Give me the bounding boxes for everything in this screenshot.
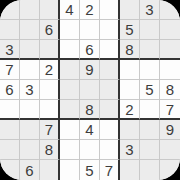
cell-r8c3[interactable]: 8 (40, 140, 60, 160)
cell-r7c1[interactable] (0, 120, 20, 140)
cell-r5c1[interactable]: 6 (0, 80, 20, 100)
cell-r9c4[interactable] (60, 160, 80, 180)
cell-r2c6[interactable] (100, 20, 120, 40)
cell-r6c9[interactable]: 7 (160, 100, 180, 120)
cell-r1c4[interactable]: 4 (60, 0, 80, 20)
cell-r3c5[interactable]: 6 (80, 40, 100, 60)
cell-r4c4[interactable] (60, 60, 80, 80)
cell-r3c4[interactable] (60, 40, 80, 60)
cell-r9c9[interactable] (160, 160, 180, 180)
cell-r9c5[interactable]: 5 (80, 160, 100, 180)
cell-r8c5[interactable] (80, 140, 100, 160)
cell-r1c6[interactable] (100, 0, 120, 20)
sudoku-app-icon: 42365368729635882774983657 (0, 0, 180, 180)
cell-r7c7[interactable] (120, 120, 140, 140)
cell-r3c7[interactable]: 8 (120, 40, 140, 60)
cell-r5c6[interactable] (100, 80, 120, 100)
cell-r5c2[interactable]: 3 (20, 80, 40, 100)
cell-r2c9[interactable] (160, 20, 180, 40)
cell-r8c8[interactable] (140, 140, 160, 160)
cell-r3c2[interactable] (20, 40, 40, 60)
cell-r2c4[interactable] (60, 20, 80, 40)
cell-r3c3[interactable] (40, 40, 60, 60)
cell-r7c4[interactable] (60, 120, 80, 140)
cell-r3c9[interactable] (160, 40, 180, 60)
cell-r8c1[interactable] (0, 140, 20, 160)
cell-r5c7[interactable] (120, 80, 140, 100)
cell-r4c6[interactable] (100, 60, 120, 80)
cell-r2c1[interactable] (0, 20, 20, 40)
cell-r5c9[interactable]: 8 (160, 80, 180, 100)
sudoku-board: 42365368729635882774983657 (0, 0, 180, 180)
cell-r8c4[interactable] (60, 140, 80, 160)
cell-r6c5[interactable]: 8 (80, 100, 100, 120)
cell-r4c9[interactable] (160, 60, 180, 80)
cell-r4c1[interactable]: 7 (0, 60, 20, 80)
cell-r3c6[interactable] (100, 40, 120, 60)
cell-r1c9[interactable] (160, 0, 180, 20)
cell-r8c7[interactable]: 3 (120, 140, 140, 160)
cell-r8c2[interactable] (20, 140, 40, 160)
cell-r1c8[interactable]: 3 (140, 0, 160, 20)
cell-r1c5[interactable]: 2 (80, 0, 100, 20)
cell-r5c5[interactable] (80, 80, 100, 100)
cell-r6c3[interactable] (40, 100, 60, 120)
cell-r4c8[interactable] (140, 60, 160, 80)
cell-r7c9[interactable]: 9 (160, 120, 180, 140)
cell-r1c2[interactable] (20, 0, 40, 20)
cell-r1c7[interactable] (120, 0, 140, 20)
cell-r7c2[interactable] (20, 120, 40, 140)
cell-r2c2[interactable] (20, 20, 40, 40)
cell-r6c1[interactable] (0, 100, 20, 120)
cell-r2c8[interactable] (140, 20, 160, 40)
cell-r2c5[interactable] (80, 20, 100, 40)
cell-r4c7[interactable] (120, 60, 140, 80)
cell-r7c3[interactable]: 7 (40, 120, 60, 140)
cell-r6c6[interactable] (100, 100, 120, 120)
cell-r4c3[interactable]: 2 (40, 60, 60, 80)
cell-r9c8[interactable] (140, 160, 160, 180)
cell-r5c3[interactable] (40, 80, 60, 100)
cell-r9c2[interactable]: 6 (20, 160, 40, 180)
cell-r5c8[interactable]: 5 (140, 80, 160, 100)
cell-r1c1[interactable] (0, 0, 20, 20)
cell-r3c8[interactable] (140, 40, 160, 60)
cell-r9c6[interactable]: 7 (100, 160, 120, 180)
cell-r8c9[interactable] (160, 140, 180, 160)
cell-r9c7[interactable] (120, 160, 140, 180)
cell-r1c3[interactable] (40, 0, 60, 20)
cell-r9c1[interactable] (0, 160, 20, 180)
cell-r7c6[interactable] (100, 120, 120, 140)
cell-r6c8[interactable] (140, 100, 160, 120)
cell-r2c3[interactable]: 6 (40, 20, 60, 40)
cell-r3c1[interactable]: 3 (0, 40, 20, 60)
cell-r7c5[interactable]: 4 (80, 120, 100, 140)
cell-r8c6[interactable] (100, 140, 120, 160)
cell-r6c2[interactable] (20, 100, 40, 120)
cell-r4c5[interactable]: 9 (80, 60, 100, 80)
cell-r2c7[interactable]: 5 (120, 20, 140, 40)
cell-r6c4[interactable] (60, 100, 80, 120)
cell-r4c2[interactable] (20, 60, 40, 80)
cell-r5c4[interactable] (60, 80, 80, 100)
cell-r9c3[interactable] (40, 160, 60, 180)
cell-r7c8[interactable] (140, 120, 160, 140)
cell-r6c7[interactable]: 2 (120, 100, 140, 120)
